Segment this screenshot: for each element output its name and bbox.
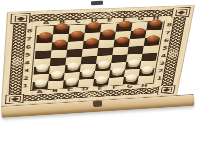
dark-piece[interactable] [146, 35, 159, 42]
file-label: A [32, 89, 48, 95]
light-piece[interactable] [141, 66, 154, 73]
light-piece[interactable] [35, 64, 48, 71]
dark-piece[interactable] [38, 32, 52, 39]
light-piece[interactable] [127, 59, 140, 66]
light-piece[interactable] [50, 70, 63, 77]
file-label: E [92, 86, 108, 91]
file-label: C [70, 19, 86, 25]
checkers-board: ABCDEFGH ABCDEFGH 87654321 87654321 [1, 5, 195, 106]
file-label: D [86, 18, 102, 24]
file-label: H [148, 15, 164, 21]
dark-piece[interactable] [132, 28, 145, 35]
board-latch-notch-front [93, 100, 102, 107]
light-piece[interactable] [125, 74, 138, 81]
dark-piece[interactable] [70, 30, 84, 37]
file-label: E [101, 17, 117, 23]
light-piece[interactable] [65, 77, 78, 84]
dark-piece[interactable] [53, 39, 67, 46]
light-piece[interactable] [95, 75, 108, 82]
corner-ornament-bottom-right [157, 85, 176, 95]
light-piece[interactable] [111, 67, 124, 74]
light-piece[interactable] [66, 62, 79, 69]
light-piece[interactable] [97, 60, 110, 67]
file-label: F [117, 17, 133, 23]
rank-label: 1 [154, 75, 164, 83]
file-label: C [62, 88, 78, 94]
light-piece[interactable] [34, 79, 47, 86]
corner-ornament-bottom-left [5, 94, 24, 104]
file-label: H [137, 83, 152, 88]
dark-piece[interactable] [85, 38, 98, 45]
file-label: G [122, 84, 137, 89]
light-piece[interactable] [81, 69, 94, 76]
dark-piece[interactable] [115, 36, 128, 43]
board-photo-scene: ABCDEFGH ABCDEFGH 87654321 87654321 [0, 0, 200, 143]
corner-ornament-top-right [171, 7, 191, 17]
file-label: G [133, 16, 149, 22]
file-label: B [47, 88, 63, 94]
file-label: B [54, 19, 71, 25]
file-label: D [77, 87, 93, 92]
file-label: A [38, 20, 55, 26]
corner-ornament-top-left [10, 13, 30, 24]
dark-piece[interactable] [101, 29, 114, 36]
file-label: F [107, 85, 122, 90]
board-grid [32, 22, 163, 90]
board-latch-notch-top [91, 1, 103, 5]
rank-label: 1 [20, 82, 30, 90]
